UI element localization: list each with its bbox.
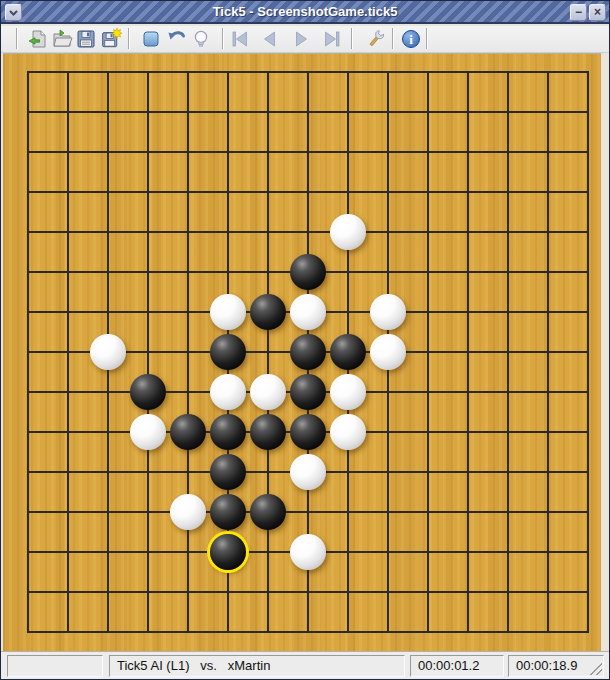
board[interactable] xyxy=(3,53,601,651)
stone-white-c2-r7 xyxy=(90,334,126,370)
stone-black-c5-r10 xyxy=(210,454,246,490)
stone-black-c5-r12 xyxy=(210,534,246,570)
statusbar: Tick5 AI (L1) vs. xMartin 00:00:01.2 00:… xyxy=(1,651,609,679)
stone-white-c7-r12 xyxy=(290,534,326,570)
toolbar-separator xyxy=(222,28,224,49)
stone-white-c9-r6 xyxy=(370,294,406,330)
stone-white-c5-r8 xyxy=(210,374,246,410)
stone-white-c4-r11 xyxy=(170,494,206,530)
new-button[interactable] xyxy=(27,28,49,50)
svg-text:i: i xyxy=(409,32,413,47)
undo-arrow-icon xyxy=(165,28,187,50)
info-button[interactable]: i xyxy=(400,28,422,50)
stone-white-c8-r4 xyxy=(330,214,366,250)
last-move-button[interactable] xyxy=(321,28,343,50)
last-move-icon xyxy=(321,28,343,50)
save-floppy-icon xyxy=(75,28,97,50)
next-move-icon xyxy=(290,28,312,50)
open-folder-icon xyxy=(51,28,73,50)
new-game-button[interactable] xyxy=(140,28,162,50)
stone-black-c8-r7 xyxy=(330,334,366,370)
new-document-icon xyxy=(27,28,49,50)
configure-button[interactable] xyxy=(365,28,387,50)
stone-black-c7-r9 xyxy=(290,414,326,450)
next-move-button[interactable] xyxy=(290,28,312,50)
open-button[interactable] xyxy=(51,28,73,50)
toolbar-separator xyxy=(16,28,18,49)
stone-black-c5-r11 xyxy=(210,494,246,530)
stone-black-c5-r7 xyxy=(210,334,246,370)
stone-white-c6-r8 xyxy=(250,374,286,410)
first-move-icon xyxy=(229,28,251,50)
stone-black-c4-r9 xyxy=(170,414,206,450)
stone-black-c7-r7 xyxy=(290,334,326,370)
minimize-button[interactable]: − xyxy=(570,4,587,21)
toolbar: i xyxy=(1,26,609,53)
info-icon: i xyxy=(400,28,422,50)
resize-grip[interactable] xyxy=(586,659,602,675)
status-players: Tick5 AI (L1) vs. xMartin xyxy=(109,655,405,677)
status-panel-empty xyxy=(7,655,103,677)
stone-white-c8-r9 xyxy=(330,414,366,450)
undo-button[interactable] xyxy=(165,28,187,50)
toolbar-separator xyxy=(426,28,428,49)
window-title: Tick5 - ScreenshotGame.tick5 xyxy=(1,4,609,19)
close-icon: × xyxy=(594,5,601,19)
clock-right-value: 00:00:18.9 xyxy=(516,658,577,673)
new-game-board-icon xyxy=(140,28,162,50)
first-move-button[interactable] xyxy=(229,28,251,50)
stone-white-c7-r6 xyxy=(290,294,326,330)
toolbar-separator xyxy=(351,28,353,49)
stone-black-c6-r11 xyxy=(250,494,286,530)
stone-white-c8-r8 xyxy=(330,374,366,410)
toolbar-separator xyxy=(392,28,394,49)
save-as-floppy-star-icon xyxy=(100,28,122,50)
save-button[interactable] xyxy=(75,28,97,50)
titlebar[interactable]: Tick5 - ScreenshotGame.tick5 − × xyxy=(1,1,609,24)
hint-lightbulb-icon xyxy=(190,28,212,50)
minimize-icon: − xyxy=(575,5,582,19)
clock-left: 00:00:01.2 xyxy=(410,655,504,677)
hint-button[interactable] xyxy=(190,28,212,50)
wrench-icon xyxy=(365,28,387,50)
stone-white-c9-r7 xyxy=(370,334,406,370)
previous-move-icon xyxy=(259,28,281,50)
stone-white-c7-r10 xyxy=(290,454,326,490)
stone-black-c3-r8 xyxy=(130,374,166,410)
stone-white-c5-r6 xyxy=(210,294,246,330)
save-as-button[interactable] xyxy=(100,28,122,50)
stone-black-c7-r8 xyxy=(290,374,326,410)
stone-black-c7-r5 xyxy=(290,254,326,290)
close-button[interactable]: × xyxy=(589,4,606,21)
stone-black-c6-r9 xyxy=(250,414,286,450)
tick5-window: Tick5 - ScreenshotGame.tick5 − × xyxy=(0,0,610,680)
stone-white-c3-r9 xyxy=(130,414,166,450)
previous-move-button[interactable] xyxy=(259,28,281,50)
clock-right: 00:00:18.9 xyxy=(508,655,604,677)
stone-black-c6-r6 xyxy=(250,294,286,330)
toolbar-separator xyxy=(128,28,130,49)
window-frame-right xyxy=(601,53,609,651)
stone-black-c5-r9 xyxy=(210,414,246,450)
